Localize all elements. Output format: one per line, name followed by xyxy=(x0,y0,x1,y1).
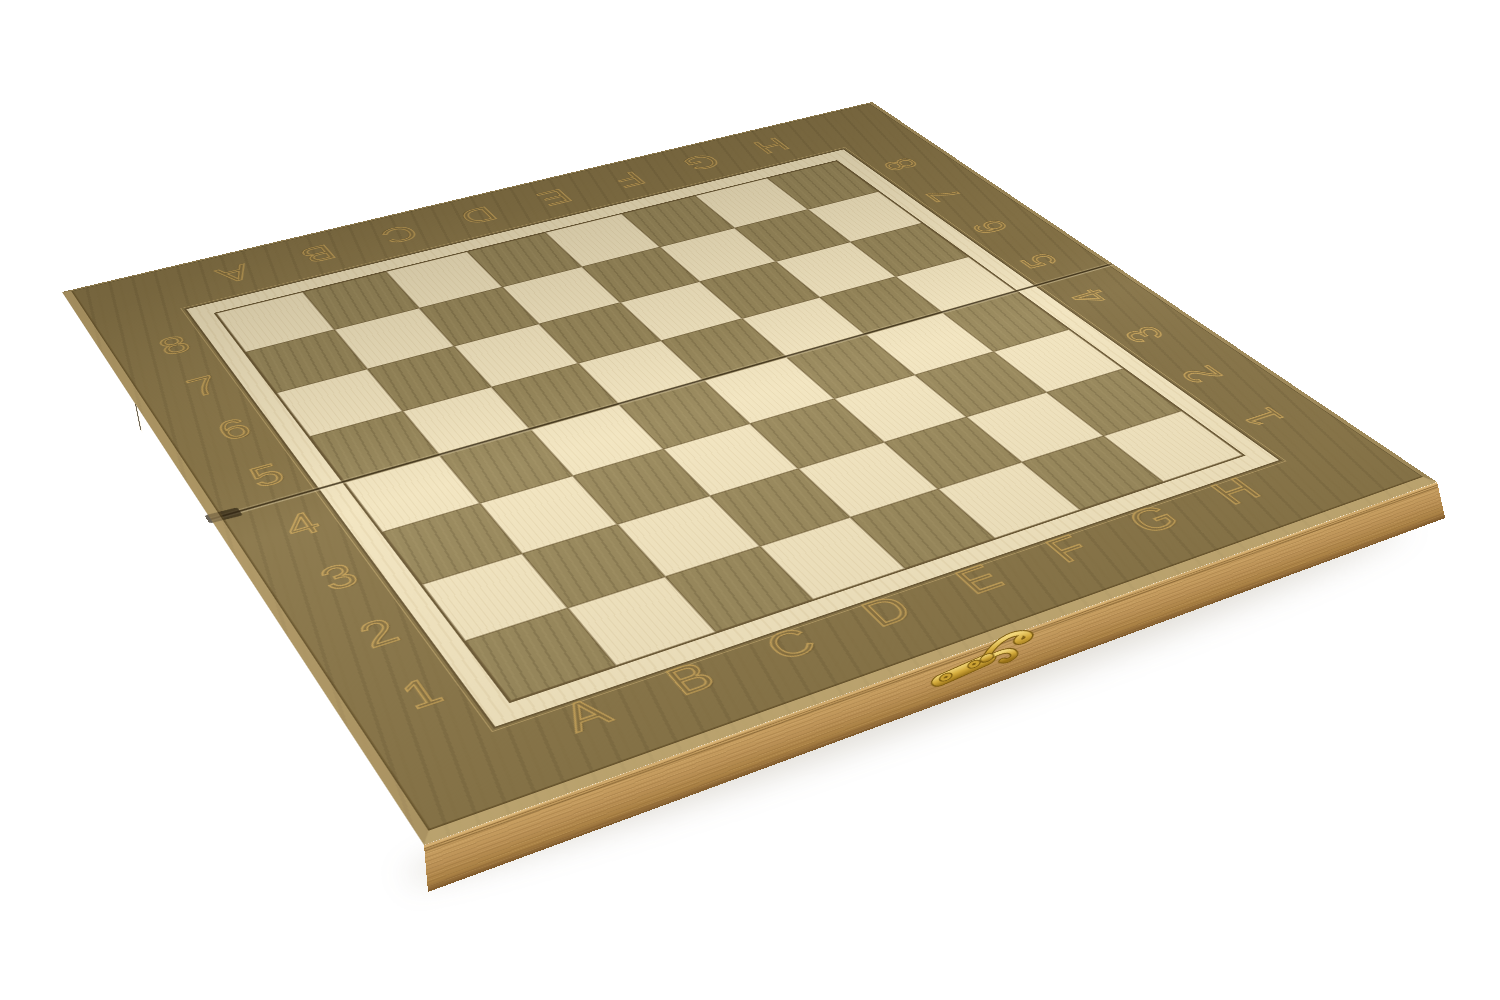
rank-label-left-1: 1 xyxy=(394,672,450,716)
file-label-far-h: H xyxy=(748,135,795,157)
file-label-far-b: B xyxy=(296,241,341,266)
rank-label-right-2: 2 xyxy=(1173,362,1230,387)
rank-label-left-8: 8 xyxy=(154,332,196,360)
rank-label-right-4: 4 xyxy=(1063,286,1117,308)
file-label-far-a: A xyxy=(212,261,257,287)
file-label-far-f: F xyxy=(608,169,651,191)
file-label-near-e: E xyxy=(947,560,1011,600)
rank-label-right-3: 3 xyxy=(1116,323,1172,346)
rank-label-left-6: 6 xyxy=(212,414,257,445)
rank-label-right-7: 7 xyxy=(919,186,969,205)
rank-label-right-5: 5 xyxy=(1013,251,1066,272)
rank-label-left-4: 4 xyxy=(278,507,327,543)
rank-label-right-8: 8 xyxy=(876,156,925,174)
rank-label-left-2: 2 xyxy=(353,613,406,654)
file-label-near-a: A xyxy=(554,691,619,738)
file-label-far-d: D xyxy=(455,203,503,227)
rank-label-left-7: 7 xyxy=(182,372,225,401)
file-label-near-g: G xyxy=(1120,500,1189,539)
rank-label-right-1: 1 xyxy=(1233,404,1292,430)
rank-label-left-5: 5 xyxy=(244,459,291,492)
chessboard-product-scene: ABCDEFGH ABCDEFGH 87654321 87654321 xyxy=(0,0,1500,1000)
file-label-far-e: E xyxy=(532,186,577,209)
file-label-near-d: D xyxy=(854,590,921,632)
file-label-far-c: C xyxy=(376,222,424,247)
file-label-near-c: C xyxy=(757,622,825,666)
file-label-near-b: B xyxy=(658,656,723,701)
rank-label-left-3: 3 xyxy=(314,558,365,596)
file-label-far-g: G xyxy=(677,151,726,174)
file-label-near-f: F xyxy=(1038,530,1099,568)
rank-label-right-6: 6 xyxy=(965,217,1016,237)
file-label-near-h: H xyxy=(1203,473,1269,509)
